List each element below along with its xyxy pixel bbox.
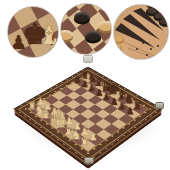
dark-pawn-piece: ♟ <box>126 106 135 116</box>
light-checker-disc <box>98 21 112 31</box>
backgammon-point <box>115 23 155 48</box>
backgammon-closeup-inset <box>113 4 169 60</box>
dark-pawn-piece: ♟ <box>10 33 27 52</box>
backgammon-board <box>114 5 168 59</box>
light-rook-piece: ♜ <box>80 136 90 148</box>
board-scene: ♜♞♝♛♚♝♞♜♟♟♟♟♟♟♟♟♟♟♟♟♟♟♟♟♜♞♝♛♚♝♞♜ <box>0 58 170 170</box>
latch-near-corner <box>84 157 94 164</box>
chess-closeup-inset: ♚♟♝♟ <box>7 6 59 58</box>
dark-checker-disc <box>74 12 90 22</box>
chess-board-grid: ♜♞♝♛♚♝♞♜♟♟♟♟♟♟♟♟♟♟♟♟♟♟♟♟♜♞♝♛♚♝♞♜ <box>27 74 149 152</box>
checkers-closeup-inset <box>60 3 112 55</box>
dark-backgammon-checker-highlight <box>147 8 157 14</box>
dark-backgammon-checker-highlight <box>155 13 165 19</box>
dark-checker-disc <box>85 31 101 41</box>
latch-right-corner <box>155 102 164 109</box>
chess-board: ♜♞♝♛♚♝♞♜♟♟♟♟♟♟♟♟♟♟♟♟♟♟♟♟♜♞♝♛♚♝♞♜ <box>13 67 163 164</box>
light-pawn-piece: ♟ <box>48 37 59 53</box>
latch-far-corner <box>83 55 93 63</box>
product-photo: ♚♟♝♟ ♜♞♝♛♚♝♞♜♟♟♟♟♟♟♟♟♟♟♟♟♟♟♟♟♜♞ <box>0 0 170 170</box>
